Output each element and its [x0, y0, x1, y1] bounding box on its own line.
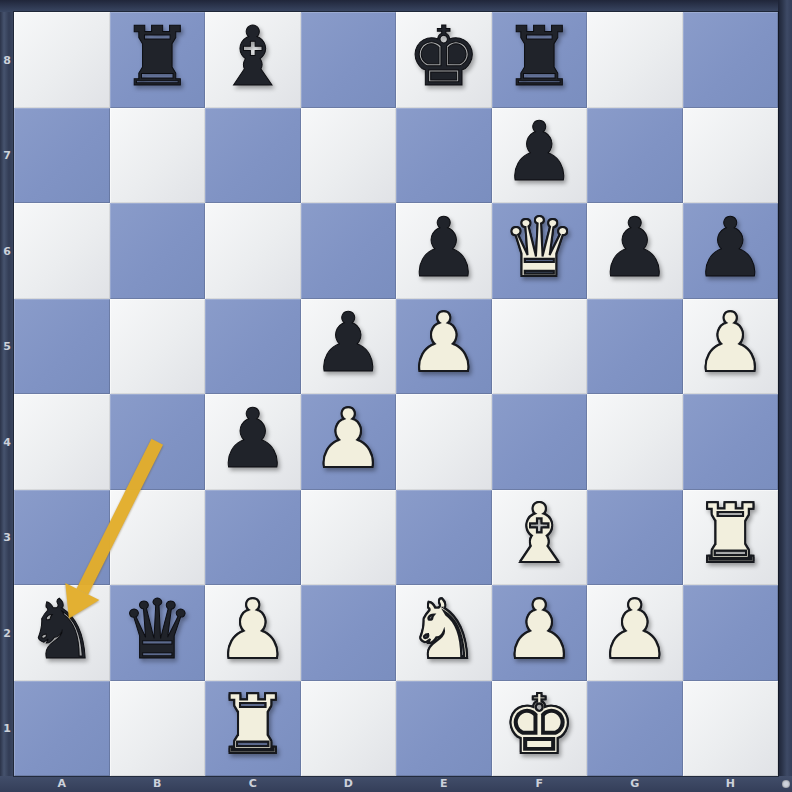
- square-h6[interactable]: ♟: [683, 203, 779, 299]
- square-d2[interactable]: [301, 585, 397, 681]
- square-f3[interactable]: ♝: [492, 490, 588, 586]
- square-c7[interactable]: [205, 108, 301, 204]
- square-h4[interactable]: [683, 394, 779, 490]
- square-a1[interactable]: [14, 681, 110, 777]
- square-a5[interactable]: [14, 299, 110, 395]
- square-g1[interactable]: [587, 681, 683, 777]
- square-d6[interactable]: [301, 203, 397, 299]
- square-h8[interactable]: [683, 12, 779, 108]
- piece-black-rook-b8[interactable]: ♜: [120, 16, 194, 98]
- square-a7[interactable]: [14, 108, 110, 204]
- square-h7[interactable]: [683, 108, 779, 204]
- board-frame-bottom: [0, 776, 792, 792]
- piece-white-knight-e2[interactable]: ♞: [407, 589, 481, 671]
- square-g6[interactable]: ♟: [587, 203, 683, 299]
- file-label-b: B: [153, 776, 161, 792]
- rank-label-7: 7: [0, 149, 14, 162]
- piece-white-queen-f6[interactable]: ♛: [502, 207, 576, 289]
- square-b8[interactable]: ♜: [110, 12, 206, 108]
- piece-white-pawn-f2[interactable]: ♟: [502, 589, 576, 671]
- square-a2[interactable]: ♞: [14, 585, 110, 681]
- file-label-c: C: [249, 776, 257, 792]
- square-f5[interactable]: [492, 299, 588, 395]
- board-frame-right: [778, 0, 792, 792]
- square-a3[interactable]: [14, 490, 110, 586]
- file-label-a: A: [57, 776, 66, 792]
- square-e5[interactable]: ♟: [396, 299, 492, 395]
- piece-black-pawn-e6[interactable]: ♟: [407, 207, 481, 289]
- piece-white-pawn-c2[interactable]: ♟: [216, 589, 290, 671]
- rank-label-6: 6: [0, 244, 14, 257]
- square-g8[interactable]: [587, 12, 683, 108]
- square-h3[interactable]: ♜: [683, 490, 779, 586]
- piece-black-pawn-d5[interactable]: ♟: [311, 302, 385, 384]
- rank-label-2: 2: [0, 626, 14, 639]
- square-e6[interactable]: ♟: [396, 203, 492, 299]
- piece-black-pawn-c4[interactable]: ♟: [216, 398, 290, 480]
- chess-app: ♜♝♚♜♟♟♛♟♟♟♟♟♟♟♝♜♞♛♟♞♟♟♜♚ 87654321 ABCDEF…: [0, 0, 792, 792]
- square-e1[interactable]: [396, 681, 492, 777]
- move-indicator-dot: [782, 780, 790, 788]
- square-c6[interactable]: [205, 203, 301, 299]
- piece-white-pawn-d4[interactable]: ♟: [311, 398, 385, 480]
- square-g4[interactable]: [587, 394, 683, 490]
- square-g3[interactable]: [587, 490, 683, 586]
- square-b6[interactable]: [110, 203, 206, 299]
- file-label-d: D: [344, 776, 353, 792]
- square-b7[interactable]: [110, 108, 206, 204]
- square-h5[interactable]: ♟: [683, 299, 779, 395]
- piece-white-rook-h3[interactable]: ♜: [693, 493, 767, 575]
- square-b3[interactable]: [110, 490, 206, 586]
- piece-black-pawn-g6[interactable]: ♟: [598, 207, 672, 289]
- square-h1[interactable]: [683, 681, 779, 777]
- piece-black-queen-b2[interactable]: ♛: [120, 589, 194, 671]
- rank-label-8: 8: [0, 53, 14, 66]
- square-f7[interactable]: ♟: [492, 108, 588, 204]
- piece-black-rook-f8[interactable]: ♜: [502, 16, 576, 98]
- square-e2[interactable]: ♞: [396, 585, 492, 681]
- square-d3[interactable]: [301, 490, 397, 586]
- square-e7[interactable]: [396, 108, 492, 204]
- square-a8[interactable]: [14, 12, 110, 108]
- square-c3[interactable]: [205, 490, 301, 586]
- square-b5[interactable]: [110, 299, 206, 395]
- square-c8[interactable]: ♝: [205, 12, 301, 108]
- piece-white-pawn-h5[interactable]: ♟: [693, 302, 767, 384]
- rank-label-4: 4: [0, 435, 14, 448]
- square-d5[interactable]: ♟: [301, 299, 397, 395]
- square-g2[interactable]: ♟: [587, 585, 683, 681]
- square-f6[interactable]: ♛: [492, 203, 588, 299]
- square-c5[interactable]: [205, 299, 301, 395]
- rank-label-1: 1: [0, 722, 14, 735]
- rank-label-5: 5: [0, 340, 14, 353]
- board-frame-top: [0, 0, 792, 12]
- square-g7[interactable]: [587, 108, 683, 204]
- piece-white-pawn-e5[interactable]: ♟: [407, 302, 481, 384]
- file-label-h: H: [726, 776, 735, 792]
- square-c2[interactable]: ♟: [205, 585, 301, 681]
- piece-white-king-f1[interactable]: ♚: [502, 684, 576, 766]
- square-f8[interactable]: ♜: [492, 12, 588, 108]
- square-f2[interactable]: ♟: [492, 585, 588, 681]
- square-e3[interactable]: [396, 490, 492, 586]
- square-c4[interactable]: ♟: [205, 394, 301, 490]
- square-d4[interactable]: ♟: [301, 394, 397, 490]
- square-e8[interactable]: ♚: [396, 12, 492, 108]
- piece-black-bishop-c8[interactable]: ♝: [216, 16, 290, 98]
- file-label-f: F: [535, 776, 543, 792]
- square-h2[interactable]: [683, 585, 779, 681]
- square-b4[interactable]: [110, 394, 206, 490]
- square-d7[interactable]: [301, 108, 397, 204]
- square-a6[interactable]: [14, 203, 110, 299]
- square-f1[interactable]: ♚: [492, 681, 588, 777]
- piece-white-pawn-g2[interactable]: ♟: [598, 589, 672, 671]
- piece-black-pawn-h6[interactable]: ♟: [693, 207, 767, 289]
- file-label-e: E: [440, 776, 448, 792]
- square-a4[interactable]: [14, 394, 110, 490]
- square-e4[interactable]: [396, 394, 492, 490]
- piece-white-bishop-f3[interactable]: ♝: [502, 493, 576, 575]
- piece-black-knight-a2[interactable]: ♞: [25, 589, 99, 671]
- file-label-g: G: [630, 776, 639, 792]
- piece-white-rook-c1[interactable]: ♜: [216, 684, 290, 766]
- square-g5[interactable]: [587, 299, 683, 395]
- square-d1[interactable]: [301, 681, 397, 777]
- piece-black-pawn-f7[interactable]: ♟: [502, 111, 576, 193]
- square-b1[interactable]: [110, 681, 206, 777]
- rank-label-3: 3: [0, 531, 14, 544]
- square-c1[interactable]: ♜: [205, 681, 301, 777]
- chess-board: ♜♝♚♜♟♟♛♟♟♟♟♟♟♟♝♜♞♛♟♞♟♟♜♚: [14, 12, 778, 776]
- piece-black-king-e8[interactable]: ♚: [407, 16, 481, 98]
- square-d8[interactable]: [301, 12, 397, 108]
- square-f4[interactable]: [492, 394, 588, 490]
- square-b2[interactable]: ♛: [110, 585, 206, 681]
